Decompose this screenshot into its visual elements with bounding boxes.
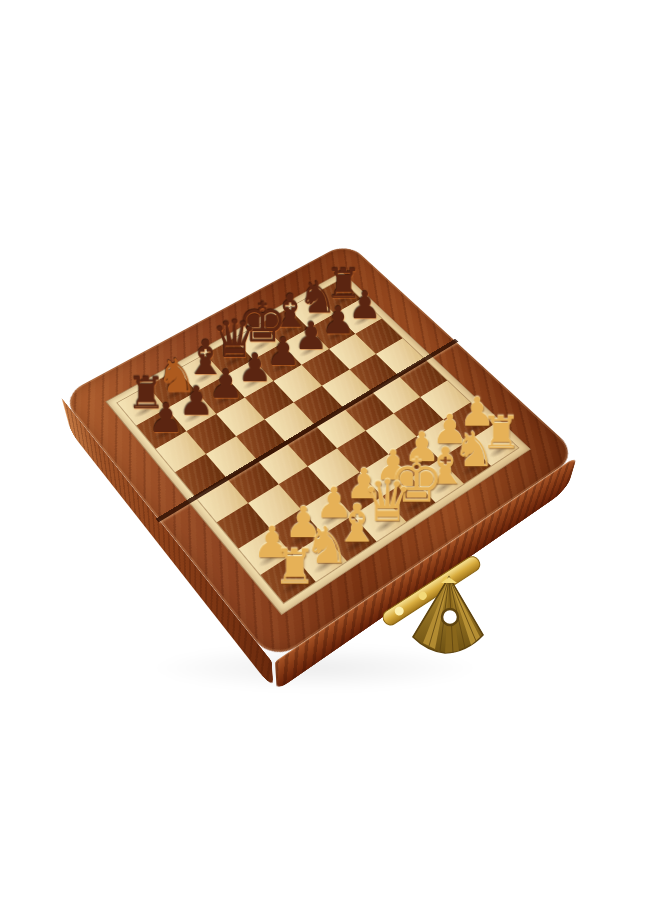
piece-glyph: ♟ — [148, 398, 184, 438]
product-photo: ♜♞♝♛♚♝♞♜♟♟♟♟♟♟♟♟♟♟♟♟♟♟♟♟♜♞♝♛♚♝♞♜ — [0, 0, 660, 900]
piece-glyph: ♜ — [273, 543, 317, 592]
brass-clasp-icon — [383, 533, 519, 669]
